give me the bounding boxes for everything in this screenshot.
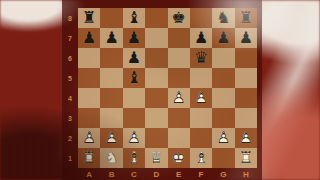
black-pawn-h7: ♟	[235, 28, 257, 48]
black-king-e8: ♚	[168, 8, 190, 28]
square-a7: ♟	[78, 28, 100, 48]
rank-label-1: 1	[62, 148, 78, 168]
white-bishop-c1: ♗	[123, 148, 145, 168]
black-pawn-g7: ♟	[212, 28, 234, 48]
square-h1: ♜♖	[235, 148, 257, 168]
square-f6: ♛	[190, 48, 212, 68]
square-h7: ♟	[235, 28, 257, 48]
white-pawn-a2: ♙	[78, 128, 100, 148]
square-d4	[145, 88, 167, 108]
square-d7	[145, 28, 167, 48]
square-g3	[212, 108, 234, 128]
file-label-A: A	[78, 168, 100, 180]
rank-label-2: 2	[62, 128, 78, 148]
square-h2: ♟♙	[235, 128, 257, 148]
black-rook-a8: ♜	[78, 8, 100, 28]
rank-label-4: 4	[62, 88, 78, 108]
square-b5	[100, 68, 122, 88]
file-label-H: H	[235, 168, 257, 180]
square-a4	[78, 88, 100, 108]
square-a1: ♜♖	[78, 148, 100, 168]
square-a5	[78, 68, 100, 88]
square-d1: ♛♕	[145, 148, 167, 168]
square-f3	[190, 108, 212, 128]
square-h6	[235, 48, 257, 68]
square-e1: ♚♔	[168, 148, 190, 168]
square-c8: ♝	[123, 8, 145, 28]
square-d5	[145, 68, 167, 88]
file-label-G: G	[212, 168, 234, 180]
square-f2	[190, 128, 212, 148]
square-b4	[100, 88, 122, 108]
file-label-B: B	[100, 168, 122, 180]
square-f7: ♟	[190, 28, 212, 48]
square-c7: ♟	[123, 28, 145, 48]
square-b1: ♞♘	[100, 148, 122, 168]
white-queen-d1: ♕	[145, 148, 167, 168]
square-e8: ♚	[168, 8, 190, 28]
white-rook-a1: ♖	[78, 148, 100, 168]
square-e5	[168, 68, 190, 88]
file-label-F: F	[190, 168, 212, 180]
square-c6: ♟	[123, 48, 145, 68]
square-a3	[78, 108, 100, 128]
black-bishop-c8: ♝	[123, 8, 145, 28]
white-bishop-f1: ♗	[190, 148, 212, 168]
square-g8: ♞	[212, 8, 234, 28]
square-a8: ♜	[78, 8, 100, 28]
square-a6	[78, 48, 100, 68]
white-pawn-b2: ♙	[100, 128, 122, 148]
square-e7	[168, 28, 190, 48]
rank-label-6: 6	[62, 48, 78, 68]
square-e3	[168, 108, 190, 128]
square-e6	[168, 48, 190, 68]
file-labels: ABCDEFGH	[78, 168, 257, 180]
rank-label-3: 3	[62, 108, 78, 128]
square-d6	[145, 48, 167, 68]
black-pawn-c7: ♟	[123, 28, 145, 48]
square-g6	[212, 48, 234, 68]
white-pawn-c2: ♙	[123, 128, 145, 148]
black-pawn-b7: ♟	[100, 28, 122, 48]
white-king-e1: ♔	[168, 148, 190, 168]
rank-label-7: 7	[62, 28, 78, 48]
board-grid: ♜♝♚♞♜♟♟♟♟♟♟♟♛♝♟♙♟♙♟♙♟♙♟♙♟♙♟♙♜♖♞♘♝♗♛♕♚♔♝♗…	[78, 8, 257, 168]
white-pawn-e4: ♙	[168, 88, 190, 108]
square-g1	[212, 148, 234, 168]
square-c4	[123, 88, 145, 108]
square-b2: ♟♙	[100, 128, 122, 148]
rank-labels: 87654321	[62, 8, 78, 168]
square-c2: ♟♙	[123, 128, 145, 148]
square-e4: ♟♙	[168, 88, 190, 108]
square-e2	[168, 128, 190, 148]
square-b8	[100, 8, 122, 28]
file-label-E: E	[168, 168, 190, 180]
square-h5	[235, 68, 257, 88]
white-pawn-g2: ♙	[212, 128, 234, 148]
square-b3	[100, 108, 122, 128]
square-f5	[190, 68, 212, 88]
square-g2: ♟♙	[212, 128, 234, 148]
square-c5: ♝	[123, 68, 145, 88]
file-label-D: D	[145, 168, 167, 180]
black-rook-h8: ♜	[235, 8, 257, 28]
white-pawn-f4: ♙	[190, 88, 212, 108]
square-g4	[212, 88, 234, 108]
square-f4: ♟♙	[190, 88, 212, 108]
black-pawn-f7: ♟	[190, 28, 212, 48]
square-h3	[235, 108, 257, 128]
black-pawn-c6: ♟	[123, 48, 145, 68]
file-label-C: C	[123, 168, 145, 180]
white-knight-b1: ♘	[100, 148, 122, 168]
square-g5	[212, 68, 234, 88]
black-knight-g8: ♞	[212, 8, 234, 28]
square-f1: ♝♗	[190, 148, 212, 168]
white-pawn-h2: ♙	[235, 128, 257, 148]
square-h8: ♜	[235, 8, 257, 28]
square-a2: ♟♙	[78, 128, 100, 148]
black-pawn-a7: ♟	[78, 28, 100, 48]
video-thumbnail: 87654321 ♜♝♚♞♜♟♟♟♟♟♟♟♛♝♟♙♟♙♟♙♟♙♟♙♟♙♟♙♜♖♞…	[0, 0, 320, 180]
square-f8	[190, 8, 212, 28]
rank-label-5: 5	[62, 68, 78, 88]
square-c3	[123, 108, 145, 128]
square-b7: ♟	[100, 28, 122, 48]
square-d3	[145, 108, 167, 128]
square-d2	[145, 128, 167, 148]
rank-label-8: 8	[62, 8, 78, 28]
white-rook-h1: ♖	[235, 148, 257, 168]
square-g7: ♟	[212, 28, 234, 48]
square-c1: ♝♗	[123, 148, 145, 168]
chess-board: 87654321 ♜♝♚♞♜♟♟♟♟♟♟♟♛♝♟♙♟♙♟♙♟♙♟♙♟♙♟♙♜♖♞…	[62, 0, 262, 180]
square-b6	[100, 48, 122, 68]
black-bishop-c5: ♝	[123, 68, 145, 88]
square-d8	[145, 8, 167, 28]
black-queen-f6: ♛	[190, 48, 212, 68]
square-h4	[235, 88, 257, 108]
